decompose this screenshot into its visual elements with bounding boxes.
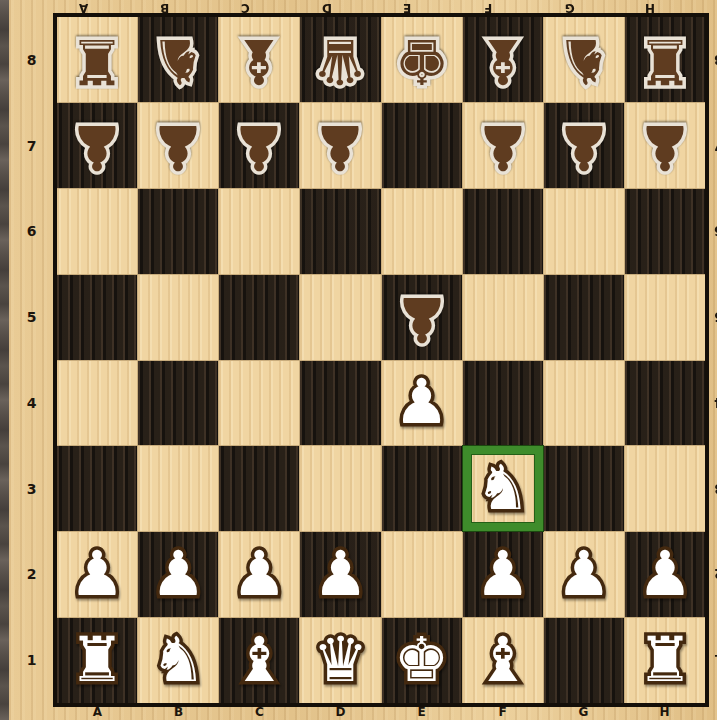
square-a1[interactable]: ♜♜	[57, 618, 137, 703]
square-e3[interactable]	[382, 446, 462, 531]
file-bottom-label-f: F	[462, 703, 543, 720]
square-c1[interactable]: ♝♝	[219, 618, 299, 703]
piece-glyph-fill: ♟	[394, 371, 450, 433]
square-d7[interactable]: ♟♟	[300, 103, 380, 188]
white-knight-b1[interactable]: ♞♞	[138, 618, 218, 703]
file-bottom-label-h: H	[624, 703, 705, 720]
square-b4[interactable]	[138, 361, 218, 446]
square-a3[interactable]	[57, 446, 137, 531]
white-pawn-a2[interactable]: ♟♟	[57, 532, 137, 617]
square-d5[interactable]	[300, 275, 380, 360]
white-bishop-c1[interactable]: ♝♝	[219, 618, 299, 703]
coord-text: F	[484, 1, 492, 15]
rank-right-label-5: 5	[705, 274, 717, 360]
rank-left-label-7: 7	[9, 103, 54, 189]
piece-glyph-fill: ♝	[232, 30, 288, 92]
file-bottom-label-g: G	[543, 703, 624, 720]
piece-glyph-fill: ♚	[394, 30, 450, 92]
square-a6[interactable]	[57, 189, 137, 274]
coord-text: E	[417, 705, 425, 719]
file-top-label-d: D	[286, 0, 367, 16]
rank-left-label-4: 4	[9, 360, 54, 446]
rank-right-label-4: 4	[705, 360, 717, 446]
file-bottom-label-a: A	[57, 703, 138, 720]
file-labels-top: ABCDEFGH	[43, 0, 691, 16]
coord-text: D	[336, 705, 346, 719]
coord-text: 2	[27, 566, 37, 582]
piece-glyph-fill: ♜	[69, 30, 125, 92]
square-f6[interactable]	[463, 189, 543, 274]
coord-text: F	[498, 705, 506, 719]
white-pawn-d2[interactable]: ♟♟	[300, 532, 380, 617]
coord-text: G	[565, 1, 575, 15]
piece-glyph-fill: ♞	[475, 457, 531, 519]
white-knight-f3[interactable]: ♞♞	[463, 446, 543, 531]
square-b5[interactable]	[138, 275, 218, 360]
square-g7[interactable]: ♟♟	[544, 103, 624, 188]
rank-left-label-3: 3	[9, 446, 54, 532]
file-top-label-e: E	[367, 0, 448, 16]
coord-text: C	[255, 705, 264, 719]
coord-text: 7	[27, 138, 37, 154]
square-e7[interactable]	[382, 103, 462, 188]
file-labels-bottom: ABCDEFGH	[57, 703, 705, 720]
black-pawn-c7[interactable]: ♟♟	[219, 103, 299, 188]
white-pawn-c2[interactable]: ♟♟	[219, 532, 299, 617]
square-h8[interactable]: ♜♜	[625, 17, 705, 102]
rank-right-label-3: 3	[705, 446, 717, 532]
square-g2[interactable]: ♟♟	[544, 532, 624, 617]
piece-glyph-fill: ♟	[637, 116, 693, 178]
coord-text: H	[659, 705, 669, 719]
square-h4[interactable]	[625, 361, 705, 446]
board: ♜♜♞♞♝♝♛♛♚♚♝♝♞♞♜♜♟♟♟♟♟♟♟♟♟♟♟♟♟♟♟♟♟♟♞♞♟♟♟♟…	[57, 17, 705, 703]
square-b2[interactable]: ♟♟	[138, 532, 218, 617]
square-h7[interactable]: ♟♟	[625, 103, 705, 188]
piece-glyph-fill: ♜	[637, 30, 693, 92]
piece-glyph-fill: ♞	[556, 30, 612, 92]
square-g3[interactable]	[544, 446, 624, 531]
coord-text: 8	[27, 52, 37, 68]
square-d1[interactable]: ♛♛	[300, 618, 380, 703]
piece-glyph-fill: ♟	[313, 542, 369, 604]
coord-text: 1	[27, 652, 37, 668]
coord-text: A	[79, 1, 88, 15]
square-f4[interactable]	[463, 361, 543, 446]
square-d2[interactable]: ♟♟	[300, 532, 380, 617]
piece-glyph-fill: ♟	[150, 542, 206, 604]
coord-text: B	[174, 705, 183, 719]
black-knight-b8[interactable]: ♞♞	[138, 17, 218, 102]
rank-right-label-2: 2	[705, 532, 717, 618]
square-f5[interactable]	[463, 275, 543, 360]
file-top-label-a: A	[43, 0, 124, 16]
square-g4[interactable]	[544, 361, 624, 446]
square-e5[interactable]: ♟♟	[382, 275, 462, 360]
square-f3[interactable]: ♞♞	[463, 446, 543, 531]
file-top-label-g: G	[529, 0, 610, 16]
piece-glyph-fill: ♜	[637, 628, 693, 690]
square-d4[interactable]	[300, 361, 380, 446]
white-rook-a1[interactable]: ♜♜	[57, 618, 137, 703]
square-b7[interactable]: ♟♟	[138, 103, 218, 188]
square-c3[interactable]	[219, 446, 299, 531]
square-a2[interactable]: ♟♟	[57, 532, 137, 617]
coord-text: C	[241, 1, 250, 15]
square-d6[interactable]	[300, 189, 380, 274]
coord-text: 3	[27, 481, 37, 497]
black-knight-g8[interactable]: ♞♞	[544, 17, 624, 102]
square-g1[interactable]	[544, 618, 624, 703]
white-pawn-f2[interactable]: ♟♟	[463, 532, 543, 617]
black-pawn-e5[interactable]: ♟♟	[382, 275, 462, 360]
square-h3[interactable]	[625, 446, 705, 531]
square-g8[interactable]: ♞♞	[544, 17, 624, 102]
white-queen-d1[interactable]: ♛♛	[300, 618, 380, 703]
piece-glyph-fill: ♟	[150, 116, 206, 178]
file-bottom-label-b: B	[138, 703, 219, 720]
rank-left-label-5: 5	[9, 274, 54, 360]
file-bottom-label-c: C	[219, 703, 300, 720]
file-top-label-b: B	[124, 0, 205, 16]
white-king-e1[interactable]: ♚♚	[382, 618, 462, 703]
black-rook-h8[interactable]: ♜♜	[625, 17, 705, 102]
square-e8[interactable]: ♚♚	[382, 17, 462, 102]
piece-glyph-fill: ♚	[394, 628, 450, 690]
square-f1[interactable]: ♝♝	[463, 618, 543, 703]
black-pawn-d7[interactable]: ♟♟	[300, 103, 380, 188]
file-top-label-h: H	[610, 0, 691, 16]
file-top-label-f: F	[448, 0, 529, 16]
square-b6[interactable]	[138, 189, 218, 274]
rank-right-label-6: 6	[705, 189, 717, 275]
square-h2[interactable]: ♟♟	[625, 532, 705, 617]
square-a5[interactable]	[57, 275, 137, 360]
white-pawn-e4[interactable]: ♟♟	[382, 361, 462, 446]
piece-glyph-fill: ♝	[475, 628, 531, 690]
square-f2[interactable]: ♟♟	[463, 532, 543, 617]
piece-glyph-fill: ♟	[475, 542, 531, 604]
square-c2[interactable]: ♟♟	[219, 532, 299, 617]
black-bishop-f8[interactable]: ♝♝	[463, 17, 543, 102]
coord-text: G	[579, 705, 589, 719]
file-bottom-label-e: E	[381, 703, 462, 720]
coord-text: E	[403, 1, 411, 15]
piece-glyph-fill: ♛	[313, 30, 369, 92]
square-c8[interactable]: ♝♝	[219, 17, 299, 102]
piece-glyph-fill: ♟	[232, 116, 288, 178]
square-a7[interactable]: ♟♟	[57, 103, 137, 188]
piece-glyph-fill: ♛	[313, 628, 369, 690]
square-h5[interactable]	[625, 275, 705, 360]
rank-labels-right: 87654321	[705, 17, 717, 703]
white-pawn-h2[interactable]: ♟♟	[625, 532, 705, 617]
black-queen-d8[interactable]: ♛♛	[300, 17, 380, 102]
piece-glyph-fill: ♞	[150, 628, 206, 690]
rank-left-label-6: 6	[9, 189, 54, 275]
white-rook-h1[interactable]: ♜♜	[625, 618, 705, 703]
piece-glyph-fill: ♟	[637, 542, 693, 604]
chess-app-window: ♜♜♞♞♝♝♛♛♚♚♝♝♞♞♜♜♟♟♟♟♟♟♟♟♟♟♟♟♟♟♟♟♟♟♞♞♟♟♟♟…	[0, 0, 717, 720]
piece-glyph-fill: ♝	[475, 30, 531, 92]
square-a4[interactable]	[57, 361, 137, 446]
square-b3[interactable]	[138, 446, 218, 531]
white-pawn-b2[interactable]: ♟♟	[138, 532, 218, 617]
rank-right-label-1: 1	[705, 617, 717, 703]
piece-glyph-fill: ♟	[232, 542, 288, 604]
black-king-e8[interactable]: ♚♚	[382, 17, 462, 102]
coord-text: A	[93, 705, 102, 719]
square-g5[interactable]	[544, 275, 624, 360]
piece-glyph-fill: ♝	[232, 628, 288, 690]
square-e1[interactable]: ♚♚	[382, 618, 462, 703]
coord-text: 4	[27, 395, 37, 411]
piece-glyph-fill: ♟	[394, 287, 450, 349]
black-pawn-h7[interactable]: ♟♟	[625, 103, 705, 188]
square-e2[interactable]	[382, 532, 462, 617]
rank-right-label-8: 8	[705, 17, 717, 103]
square-e4[interactable]: ♟♟	[382, 361, 462, 446]
square-a8[interactable]: ♜♜	[57, 17, 137, 102]
file-bottom-label-d: D	[300, 703, 381, 720]
black-bishop-c8[interactable]: ♝♝	[219, 17, 299, 102]
square-g6[interactable]	[544, 189, 624, 274]
black-rook-a8[interactable]: ♜♜	[57, 17, 137, 102]
coord-text: D	[322, 1, 332, 15]
black-pawn-b7[interactable]: ♟♟	[138, 103, 218, 188]
rank-right-label-7: 7	[705, 103, 717, 189]
square-f7[interactable]: ♟♟	[463, 103, 543, 188]
coord-text: B	[160, 1, 169, 15]
rank-left-label-8: 8	[9, 17, 54, 103]
coord-text: H	[645, 1, 655, 15]
square-b8[interactable]: ♞♞	[138, 17, 218, 102]
piece-glyph-fill: ♟	[69, 542, 125, 604]
square-h6[interactable]	[625, 189, 705, 274]
square-c7[interactable]: ♟♟	[219, 103, 299, 188]
piece-glyph-fill: ♟	[556, 116, 612, 178]
rank-left-label-1: 1	[9, 617, 54, 703]
black-pawn-g7[interactable]: ♟♟	[544, 103, 624, 188]
white-pawn-g2[interactable]: ♟♟	[544, 532, 624, 617]
piece-glyph-fill: ♟	[475, 116, 531, 178]
square-d3[interactable]	[300, 446, 380, 531]
black-pawn-a7[interactable]: ♟♟	[57, 103, 137, 188]
piece-glyph-fill: ♟	[556, 542, 612, 604]
coord-text: 6	[27, 223, 37, 239]
square-c4[interactable]	[219, 361, 299, 446]
piece-glyph-fill: ♜	[69, 628, 125, 690]
square-c5[interactable]	[219, 275, 299, 360]
file-top-label-c: C	[205, 0, 286, 16]
rank-left-label-2: 2	[9, 532, 54, 618]
black-pawn-f7[interactable]: ♟♟	[463, 103, 543, 188]
white-bishop-f1[interactable]: ♝♝	[463, 618, 543, 703]
piece-glyph-fill: ♟	[69, 116, 125, 178]
piece-glyph-fill: ♞	[150, 30, 206, 92]
square-d8[interactable]: ♛♛	[300, 17, 380, 102]
piece-glyph-fill: ♟	[313, 116, 369, 178]
square-f8[interactable]: ♝♝	[463, 17, 543, 102]
square-c6[interactable]	[219, 189, 299, 274]
square-e6[interactable]	[382, 189, 462, 274]
rank-labels-left: 87654321	[9, 17, 54, 703]
coord-text: 5	[27, 309, 37, 325]
square-b1[interactable]: ♞♞	[138, 618, 218, 703]
square-h1[interactable]: ♜♜	[625, 618, 705, 703]
